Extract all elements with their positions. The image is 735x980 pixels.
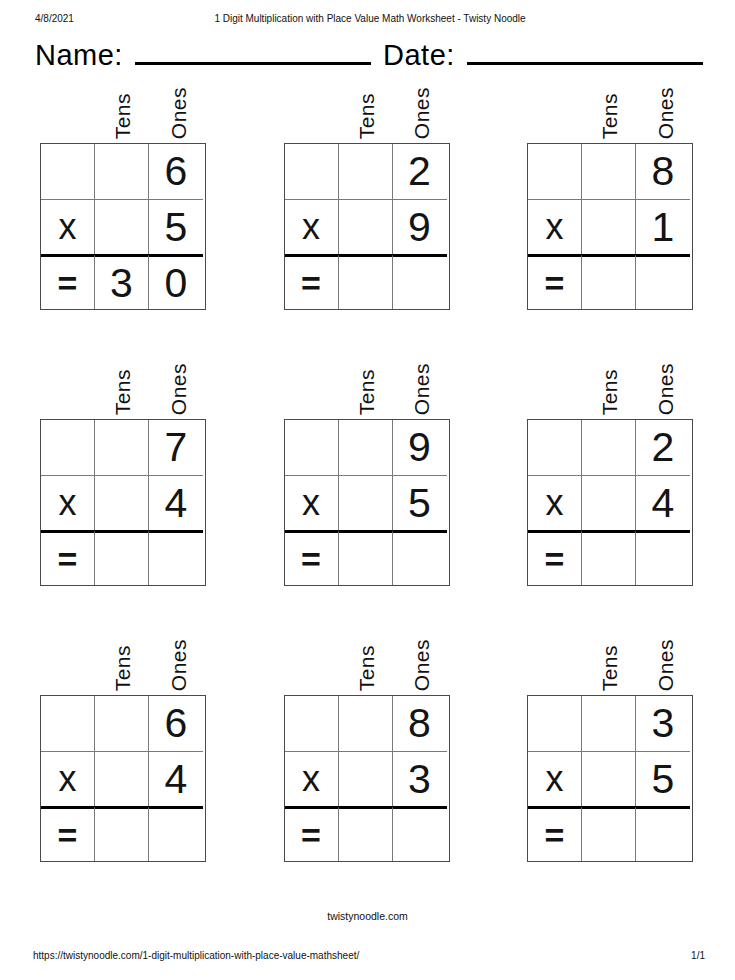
ones-header: Ones	[655, 363, 676, 415]
equals-sign: =	[528, 254, 582, 309]
cell-result-ones	[149, 806, 203, 861]
problem-5: Tens Ones 9 x 5 =	[284, 352, 450, 586]
cell-blank	[528, 696, 582, 751]
cell-top-tens	[339, 696, 393, 751]
cell-top-ones: 6	[149, 696, 203, 751]
ones-header: Ones	[411, 87, 432, 139]
problem-2: Tens Ones 2 x 9 =	[284, 76, 450, 310]
tens-header: Tens	[112, 645, 133, 691]
cell-result-tens	[339, 254, 393, 309]
mult-table-4: 7 x 4 =	[40, 419, 206, 586]
column-headers: Tens Ones	[284, 352, 450, 419]
cell-bottom-ones: 4	[149, 751, 203, 806]
cell-result-ones	[636, 806, 690, 861]
multiply-sign: x	[285, 199, 339, 254]
column-headers: Tens Ones	[284, 76, 450, 143]
ones-header: Ones	[655, 87, 676, 139]
problem-9: Tens Ones 3 x 5 =	[527, 628, 693, 862]
cell-result-tens: 3	[95, 254, 149, 309]
mult-table-6: 2 x 4 =	[527, 419, 693, 586]
equals-sign: =	[41, 254, 95, 309]
cell-result-tens	[339, 806, 393, 861]
equals-sign: =	[41, 530, 95, 585]
cell-blank	[285, 420, 339, 475]
cell-top-tens	[339, 144, 393, 199]
mult-table-2: 2 x 9 =	[284, 143, 450, 310]
ones-header: Ones	[168, 87, 189, 139]
mult-table-9: 3 x 5 =	[527, 695, 693, 862]
multiply-sign: x	[41, 475, 95, 530]
cell-result-tens	[582, 806, 636, 861]
cell-result-tens	[582, 530, 636, 585]
column-headers: Tens Ones	[40, 76, 206, 143]
problem-4: Tens Ones 7 x 4 =	[40, 352, 206, 586]
cell-result-ones	[393, 806, 447, 861]
tens-header: Tens	[599, 369, 620, 415]
problem-1: Tens Ones 6 x 5 = 3 0	[40, 76, 206, 310]
tens-header: Tens	[112, 369, 133, 415]
cell-blank	[528, 144, 582, 199]
cell-blank	[41, 696, 95, 751]
worksheet: Tens Ones 6 x 5 = 3 0 Tens Ones	[0, 76, 735, 862]
cell-top-tens	[95, 144, 149, 199]
site-attribution: twistynoodle.com	[0, 910, 735, 922]
cell-result-tens	[582, 254, 636, 309]
cell-top-tens	[339, 420, 393, 475]
mult-table-5: 9 x 5 =	[284, 419, 450, 586]
mult-table-3: 8 x 1 =	[527, 143, 693, 310]
multiply-sign: x	[41, 751, 95, 806]
cell-top-ones: 9	[393, 420, 447, 475]
tens-header: Tens	[356, 93, 377, 139]
column-headers: Tens Ones	[527, 352, 693, 419]
cell-top-ones: 2	[636, 420, 690, 475]
cell-bottom-tens	[95, 199, 149, 254]
cell-top-tens	[582, 144, 636, 199]
cell-bottom-ones: 5	[149, 199, 203, 254]
cell-top-ones: 2	[393, 144, 447, 199]
cell-bottom-ones: 4	[149, 475, 203, 530]
cell-top-ones: 8	[393, 696, 447, 751]
cell-result-tens	[95, 806, 149, 861]
cell-bottom-ones: 5	[393, 475, 447, 530]
multiply-sign: x	[528, 751, 582, 806]
cell-top-ones: 8	[636, 144, 690, 199]
tens-header: Tens	[599, 645, 620, 691]
cell-result-ones: 0	[149, 254, 203, 309]
print-header: 4/8/2021 1 Digit Multiplication with Pla…	[0, 0, 735, 24]
cell-top-tens	[582, 696, 636, 751]
cell-result-ones	[149, 530, 203, 585]
name-date-row: Name: Date:	[35, 40, 705, 70]
cell-result-ones	[636, 254, 690, 309]
equals-sign: =	[528, 806, 582, 861]
multiply-sign: x	[528, 199, 582, 254]
column-headers: Tens Ones	[40, 628, 206, 695]
cell-result-ones	[636, 530, 690, 585]
column-headers: Tens Ones	[40, 352, 206, 419]
cell-bottom-tens	[339, 475, 393, 530]
cell-top-tens	[95, 696, 149, 751]
page-number: 1/1	[691, 950, 705, 961]
cell-bottom-tens	[339, 199, 393, 254]
problem-row-2: Tens Ones 7 x 4 = Tens Ones	[0, 352, 735, 586]
cell-blank	[285, 696, 339, 751]
problem-8: Tens Ones 8 x 3 =	[284, 628, 450, 862]
cell-bottom-tens	[339, 751, 393, 806]
cell-result-ones	[393, 254, 447, 309]
cell-top-ones: 7	[149, 420, 203, 475]
cell-result-tens	[95, 530, 149, 585]
cell-blank	[41, 144, 95, 199]
mult-table-8: 8 x 3 =	[284, 695, 450, 862]
mult-table-1: 6 x 5 = 3 0	[40, 143, 206, 310]
cell-result-ones	[393, 530, 447, 585]
cell-blank	[528, 420, 582, 475]
cell-bottom-ones: 5	[636, 751, 690, 806]
multiply-sign: x	[41, 199, 95, 254]
cell-top-tens	[582, 420, 636, 475]
page-title: 1 Digit Multiplication with Place Value …	[165, 13, 575, 24]
tens-header: Tens	[112, 93, 133, 139]
tens-header: Tens	[356, 645, 377, 691]
equals-sign: =	[285, 254, 339, 309]
multiply-sign: x	[285, 475, 339, 530]
ones-header: Ones	[655, 639, 676, 691]
problem-row-1: Tens Ones 6 x 5 = 3 0 Tens Ones	[0, 76, 735, 310]
date-write-line	[467, 58, 703, 65]
equals-sign: =	[528, 530, 582, 585]
name-label: Name:	[35, 40, 123, 70]
problem-3: Tens Ones 8 x 1 =	[527, 76, 693, 310]
column-headers: Tens Ones	[527, 76, 693, 143]
cell-bottom-ones: 3	[393, 751, 447, 806]
problem-row-3: Tens Ones 6 x 4 = Tens Ones	[0, 628, 735, 862]
column-headers: Tens Ones	[527, 628, 693, 695]
problem-7: Tens Ones 6 x 4 =	[40, 628, 206, 862]
cell-bottom-tens	[582, 475, 636, 530]
tens-header: Tens	[356, 369, 377, 415]
equals-sign: =	[285, 530, 339, 585]
cell-bottom-ones: 9	[393, 199, 447, 254]
ones-header: Ones	[411, 363, 432, 415]
date-label: Date:	[383, 40, 455, 70]
cell-blank	[41, 420, 95, 475]
equals-sign: =	[41, 806, 95, 861]
print-date: 4/8/2021	[35, 13, 165, 24]
column-headers: Tens Ones	[284, 628, 450, 695]
cell-bottom-tens	[582, 751, 636, 806]
cell-top-ones: 3	[636, 696, 690, 751]
cell-bottom-tens	[95, 751, 149, 806]
tens-header: Tens	[599, 93, 620, 139]
print-footer: https://twistynoodle.com/1-digit-multipl…	[33, 950, 705, 961]
cell-bottom-ones: 4	[636, 475, 690, 530]
ones-header: Ones	[411, 639, 432, 691]
cell-bottom-tens	[95, 475, 149, 530]
cell-blank	[285, 144, 339, 199]
problem-6: Tens Ones 2 x 4 =	[527, 352, 693, 586]
cell-top-ones: 6	[149, 144, 203, 199]
cell-bottom-ones: 1	[636, 199, 690, 254]
multiply-sign: x	[528, 475, 582, 530]
name-write-line	[135, 58, 371, 65]
cell-top-tens	[95, 420, 149, 475]
ones-header: Ones	[168, 639, 189, 691]
multiply-sign: x	[285, 751, 339, 806]
ones-header: Ones	[168, 363, 189, 415]
cell-result-tens	[339, 530, 393, 585]
cell-bottom-tens	[582, 199, 636, 254]
source-url: https://twistynoodle.com/1-digit-multipl…	[33, 950, 359, 961]
mult-table-7: 6 x 4 =	[40, 695, 206, 862]
equals-sign: =	[285, 806, 339, 861]
